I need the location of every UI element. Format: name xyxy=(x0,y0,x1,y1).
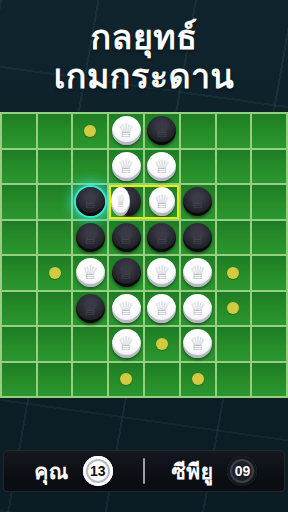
board-cell[interactable] xyxy=(73,327,107,361)
board-cell[interactable] xyxy=(73,114,107,148)
crown-icon: ♕ xyxy=(189,263,206,282)
crown-icon: ♕ xyxy=(82,263,99,282)
board-cell[interactable] xyxy=(2,292,36,326)
board-cell[interactable] xyxy=(109,363,143,397)
board-cell[interactable] xyxy=(38,185,72,219)
board-cell[interactable] xyxy=(252,150,286,184)
board-cell[interactable] xyxy=(181,114,215,148)
black-piece: ♕ xyxy=(76,187,105,216)
board-cell[interactable] xyxy=(145,363,179,397)
player-label: คุณ xyxy=(34,455,69,488)
white-piece: ♕ xyxy=(183,294,212,323)
board-cell[interactable] xyxy=(181,150,215,184)
board-cell[interactable] xyxy=(217,292,251,326)
board-cell[interactable] xyxy=(38,221,72,255)
board-cell[interactable] xyxy=(252,327,286,361)
board-cell[interactable] xyxy=(2,327,36,361)
board-cell[interactable] xyxy=(2,185,36,219)
board-cell[interactable]: ♕ xyxy=(145,292,179,326)
crown-icon: ♕ xyxy=(189,228,206,247)
board-cell[interactable]: ♕ xyxy=(181,221,215,255)
black-piece: ♕ xyxy=(112,223,141,252)
board-cell[interactable] xyxy=(181,363,215,397)
crown-icon: ♕ xyxy=(153,121,170,140)
board-cell[interactable] xyxy=(217,185,251,219)
board-cell[interactable]: ♕ xyxy=(181,185,215,219)
board-cell[interactable]: ♕ xyxy=(145,185,179,219)
app-title: กลยุทธ์ เกมกระดาน xyxy=(0,18,288,96)
app-title-line2: เกมกระดาน xyxy=(0,57,288,96)
board-cell[interactable]: ♕ xyxy=(181,327,215,361)
flipping-piece-white-face: ♕ xyxy=(111,187,130,216)
board-cell[interactable] xyxy=(38,114,72,148)
flipping-piece: ♕ xyxy=(109,187,143,217)
crown-icon: ♕ xyxy=(189,334,206,353)
crown-icon: ♕ xyxy=(82,299,99,318)
app-title-line1: กลยุทธ์ xyxy=(0,18,288,57)
board-cell[interactable] xyxy=(73,150,107,184)
board-cell[interactable] xyxy=(217,327,251,361)
board-cell[interactable]: ♕ xyxy=(73,221,107,255)
board-cell[interactable] xyxy=(252,221,286,255)
white-piece: ♕ xyxy=(112,152,141,181)
white-piece: ♕ xyxy=(112,116,141,145)
board-cell[interactable] xyxy=(217,114,251,148)
white-piece: ♕ xyxy=(147,258,176,287)
cpu-label: ซีพียู xyxy=(172,455,214,488)
board-cell[interactable]: ♕ xyxy=(109,292,143,326)
board-cell[interactable] xyxy=(38,150,72,184)
white-piece: ♕ xyxy=(147,152,176,181)
black-piece: ♕ xyxy=(183,223,212,252)
crown-icon: ♕ xyxy=(153,299,170,318)
board-cell[interactable] xyxy=(2,114,36,148)
black-piece: ♕ xyxy=(76,223,105,252)
board-cell[interactable]: ♕ xyxy=(73,185,107,219)
board-cell[interactable] xyxy=(252,114,286,148)
board-cell[interactable]: ♕ xyxy=(145,150,179,184)
crown-icon: ♕ xyxy=(153,157,170,176)
board-cell[interactable]: ♕ xyxy=(109,150,143,184)
move-hint-dot[interactable] xyxy=(192,373,204,385)
board-cell[interactable] xyxy=(252,292,286,326)
board-cell[interactable] xyxy=(2,221,36,255)
crown-icon: ♕ xyxy=(82,228,99,247)
black-piece: ♕ xyxy=(147,223,176,252)
board-cell[interactable] xyxy=(252,185,286,219)
board-cell[interactable]: ♕ xyxy=(109,256,143,290)
board-cell[interactable] xyxy=(217,150,251,184)
board-cell[interactable]: ♕ xyxy=(109,327,143,361)
move-hint-dot[interactable] xyxy=(227,302,239,314)
crown-icon: ♕ xyxy=(82,192,99,211)
board-cell[interactable]: ♕ xyxy=(181,292,215,326)
white-piece: ♕ xyxy=(183,329,212,358)
crown-icon: ♕ xyxy=(118,121,135,140)
board-cell[interactable] xyxy=(252,363,286,397)
crown-icon: ♕ xyxy=(118,228,135,247)
move-hint-dot[interactable] xyxy=(84,125,96,137)
player-score-badge: 13 xyxy=(83,456,113,486)
board-cell[interactable] xyxy=(38,256,72,290)
board-cell[interactable]: ♕ xyxy=(145,221,179,255)
crown-icon: ♕ xyxy=(118,263,135,282)
player-score-section: คุณ 13 xyxy=(4,455,143,488)
board-cell[interactable]: ♕ xyxy=(145,114,179,148)
board-cell[interactable] xyxy=(38,292,72,326)
board-cell[interactable] xyxy=(2,256,36,290)
app-screen: กลยุทธ์ เกมกระดาน ♕♕♕♕♕♕♕♕♕♕♕♕♕♕♕♕♕♕♕♕♕♕… xyxy=(0,0,288,512)
board-cell[interactable]: ♕ xyxy=(109,221,143,255)
white-piece: ♕ xyxy=(76,258,105,287)
board-cell[interactable] xyxy=(38,327,72,361)
crown-icon: ♕ xyxy=(118,157,135,176)
white-piece: ♕ xyxy=(147,294,176,323)
black-piece: ♕ xyxy=(76,294,105,323)
crown-icon: ♕ xyxy=(153,228,170,247)
crown-icon: ♕ xyxy=(189,299,206,318)
crown-icon: ♕ xyxy=(118,299,135,318)
move-hint-dot[interactable] xyxy=(49,267,61,279)
crown-icon: ♕ xyxy=(153,192,170,211)
white-piece: ♕ xyxy=(112,294,141,323)
black-piece: ♕ xyxy=(112,258,141,287)
crown-icon: ♕ xyxy=(189,192,206,211)
board-cell[interactable] xyxy=(217,221,251,255)
board-cell[interactable]: ♕ xyxy=(73,256,107,290)
cpu-score-section: ซีพียู 09 xyxy=(145,455,284,488)
board-cell[interactable] xyxy=(217,256,251,290)
black-piece: ♕ xyxy=(183,187,212,216)
move-hint-dot[interactable] xyxy=(120,373,132,385)
crown-icon: ♕ xyxy=(116,191,125,212)
move-hint-dot[interactable] xyxy=(227,267,239,279)
board-cell[interactable] xyxy=(217,363,251,397)
board: ♕♕♕♕♕♕♕♕♕♕♕♕♕♕♕♕♕♕♕♕♕♕ xyxy=(0,112,288,398)
crown-icon: ♕ xyxy=(118,334,135,353)
cpu-score-badge: 09 xyxy=(227,456,257,486)
board-cell[interactable]: ♕ xyxy=(109,114,143,148)
board-cell[interactable] xyxy=(2,150,36,184)
white-piece: ♕ xyxy=(112,329,141,358)
black-piece: ♕ xyxy=(147,116,176,145)
board-cell[interactable]: ♕ xyxy=(145,256,179,290)
crown-icon: ♕ xyxy=(153,263,170,282)
white-piece: ♕ xyxy=(183,258,212,287)
board-cell[interactable] xyxy=(73,363,107,397)
board-cell[interactable]: ♕ xyxy=(109,185,143,219)
white-piece: ♕ xyxy=(149,187,175,216)
board-cell[interactable] xyxy=(252,256,286,290)
score-bar: คุณ 13 ซีพียู 09 xyxy=(3,450,285,492)
board-cell[interactable] xyxy=(38,363,72,397)
move-hint-dot[interactable] xyxy=(156,338,168,350)
board-cell[interactable] xyxy=(145,327,179,361)
board-cell[interactable]: ♕ xyxy=(181,256,215,290)
board-cell[interactable]: ♕ xyxy=(73,292,107,326)
board-cell[interactable] xyxy=(2,363,36,397)
